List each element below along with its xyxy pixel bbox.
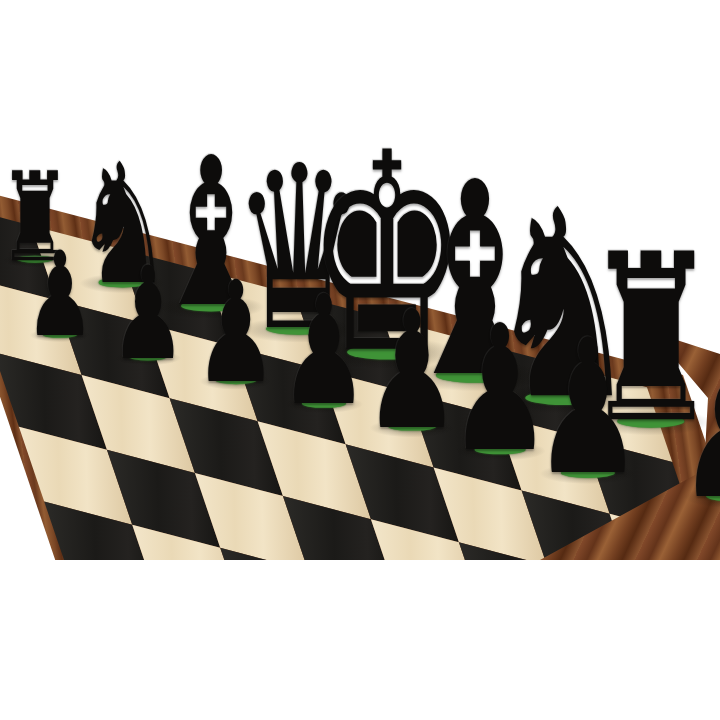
pawn-glyph: ♟: [533, 315, 643, 501]
pawn-glyph: ♟: [677, 328, 720, 525]
piece-black-pawn-h7: ♟: [647, 328, 720, 525]
white-background-bottom: [0, 560, 720, 720]
pawn-glyph: ♟: [25, 236, 94, 353]
chess-set-photo: ♜♞♝♛♟♚♟♝♟♞♟♜♟♟♟♟: [0, 0, 720, 720]
